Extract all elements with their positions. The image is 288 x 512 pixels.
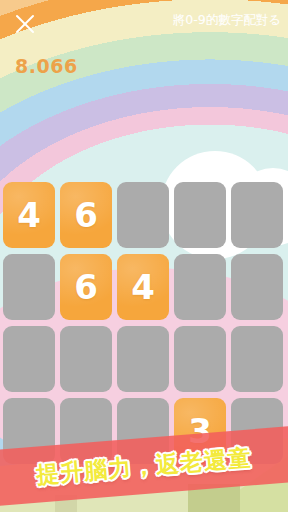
tile-r3c1 — [3, 326, 55, 392]
game-screen: 46643 提升腦力，返老還童 將0-9的數字配對る 8.066 — [0, 0, 288, 512]
tile-r2c3[interactable]: 4 — [117, 254, 169, 320]
close-button[interactable] — [13, 12, 37, 36]
tile-r2c2[interactable]: 6 — [60, 254, 112, 320]
score-text: 8.066 — [15, 55, 78, 77]
tile-r3c4 — [174, 326, 226, 392]
tile-r1c4 — [174, 182, 226, 248]
board: 46643 — [3, 182, 283, 464]
tile-r3c2 — [60, 326, 112, 392]
tile-r3c3 — [117, 326, 169, 392]
tile-r1c5 — [231, 182, 283, 248]
ad-banner-text: 提升腦力，返老還童 — [35, 442, 253, 490]
tile-r1c2[interactable]: 6 — [60, 182, 112, 248]
tile-r1c1[interactable]: 4 — [3, 182, 55, 248]
tile-r2c4 — [174, 254, 226, 320]
close-icon — [15, 14, 35, 34]
tile-r1c3 — [117, 182, 169, 248]
instruction-text: 將0-9的數字配對る — [173, 12, 281, 29]
tile-r2c5 — [231, 254, 283, 320]
tile-r2c1 — [3, 254, 55, 320]
tile-r3c5 — [231, 326, 283, 392]
